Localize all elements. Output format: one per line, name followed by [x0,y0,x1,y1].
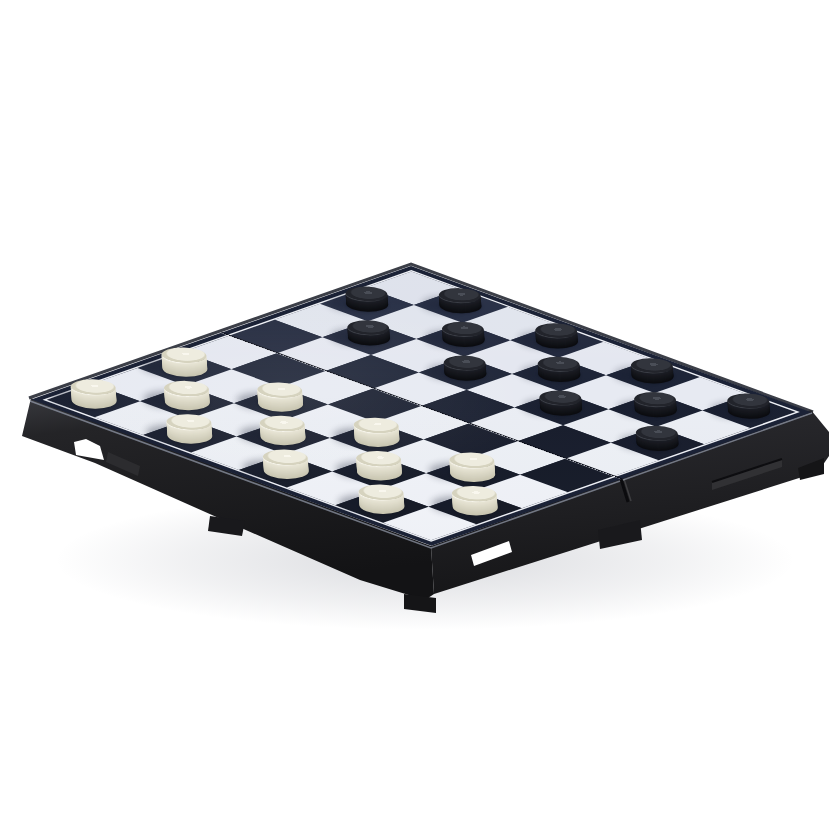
black-checker[interactable] [433,319,492,340]
white-checker[interactable] [253,446,317,469]
black-checker[interactable] [529,354,588,375]
product-photo-checkers-set [0,0,838,838]
white-checker[interactable] [349,481,413,504]
white-checker[interactable] [157,411,221,434]
white-checker[interactable] [440,449,504,472]
white-checker[interactable] [248,379,312,402]
black-checker[interactable] [627,423,686,444]
black-checker[interactable] [625,389,684,410]
black-checker[interactable] [435,352,494,373]
white-checker[interactable] [443,483,507,506]
white-checker[interactable] [154,378,218,401]
white-checker[interactable] [347,448,411,471]
black-checker[interactable] [531,387,590,408]
white-checker[interactable] [344,414,408,437]
black-checker[interactable] [339,317,398,338]
white-checker[interactable] [250,413,314,436]
